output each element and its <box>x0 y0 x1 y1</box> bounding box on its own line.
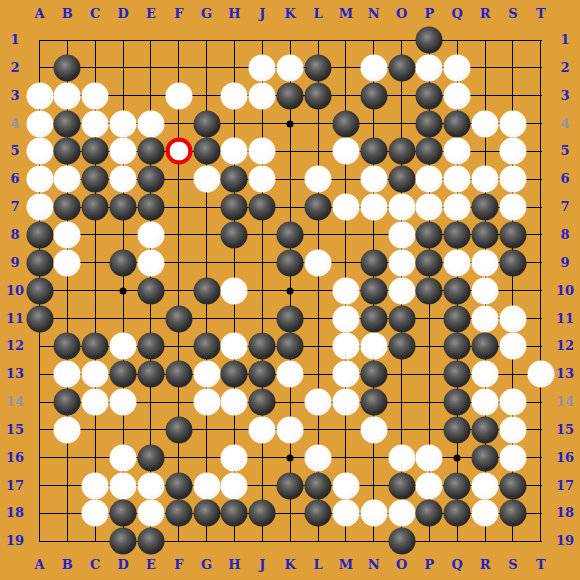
stone-white-N18[interactable] <box>360 500 387 527</box>
stone-white-S12[interactable] <box>499 333 526 360</box>
stone-white-H5[interactable] <box>221 138 248 165</box>
stone-black-L3[interactable] <box>305 82 332 109</box>
stone-white-P2[interactable] <box>416 54 443 81</box>
stone-white-L6[interactable] <box>305 166 332 193</box>
stone-white-S4[interactable] <box>499 110 526 137</box>
stone-white-H14[interactable] <box>221 389 248 416</box>
stone-white-A3[interactable] <box>26 82 53 109</box>
stone-white-P17[interactable] <box>416 472 443 499</box>
stone-white-A6[interactable] <box>26 166 53 193</box>
stone-white-E9[interactable] <box>137 249 164 276</box>
col-label-bottom-O: O <box>388 557 416 573</box>
stone-white-H3[interactable] <box>221 82 248 109</box>
stone-white-Q2[interactable] <box>444 54 471 81</box>
stone-black-B4[interactable] <box>54 110 81 137</box>
stone-black-N5[interactable] <box>360 138 387 165</box>
stone-white-E4[interactable] <box>137 110 164 137</box>
row-label-left-4: 4 <box>1 116 29 132</box>
stone-black-J12[interactable] <box>249 333 276 360</box>
row-label-left-15: 15 <box>1 422 29 438</box>
stone-black-R16[interactable] <box>472 444 499 471</box>
col-label-top-J: J <box>248 6 276 22</box>
stone-white-M11[interactable] <box>332 305 359 332</box>
stone-black-O19[interactable] <box>388 528 415 555</box>
stone-white-J6[interactable] <box>249 166 276 193</box>
star-point-D10 <box>120 287 127 294</box>
stone-black-H6[interactable] <box>221 166 248 193</box>
stone-white-S5[interactable] <box>499 138 526 165</box>
stone-black-O11[interactable] <box>388 305 415 332</box>
stone-black-N14[interactable] <box>360 389 387 416</box>
stone-black-J18[interactable] <box>249 500 276 527</box>
col-label-bottom-L: L <box>304 557 332 573</box>
col-label-bottom-Q: Q <box>443 557 471 573</box>
stone-white-M5[interactable] <box>332 138 359 165</box>
stone-white-B8[interactable] <box>54 221 81 248</box>
stone-black-E19[interactable] <box>137 528 164 555</box>
col-label-bottom-N: N <box>360 557 388 573</box>
stone-black-B7[interactable] <box>54 194 81 221</box>
stone-white-D6[interactable] <box>110 166 137 193</box>
stone-white-N15[interactable] <box>360 416 387 443</box>
star-point-Q16 <box>454 454 461 461</box>
stone-white-M17[interactable] <box>332 472 359 499</box>
stone-black-R8[interactable] <box>472 221 499 248</box>
stone-white-C13[interactable] <box>82 361 109 388</box>
stone-white-O10[interactable] <box>388 277 415 304</box>
row-label-right-1: 1 <box>551 32 579 48</box>
stone-white-R11[interactable] <box>472 305 499 332</box>
stone-black-E10[interactable] <box>137 277 164 304</box>
stone-white-P16[interactable] <box>416 444 443 471</box>
stone-white-R10[interactable] <box>472 277 499 304</box>
stone-black-P3[interactable] <box>416 82 443 109</box>
stone-black-P18[interactable] <box>416 500 443 527</box>
row-label-left-10: 10 <box>1 283 29 299</box>
stone-white-S15[interactable] <box>499 416 526 443</box>
stone-black-R12[interactable] <box>472 333 499 360</box>
col-label-top-M: M <box>332 6 360 22</box>
col-label-top-S: S <box>499 6 527 22</box>
stone-black-R7[interactable] <box>472 194 499 221</box>
stone-black-G12[interactable] <box>193 333 220 360</box>
stone-white-M14[interactable] <box>332 389 359 416</box>
go-board[interactable]: AABBCCDDEEFFGGHHJJKKLLMMNNOOPPQQRRSSTT11… <box>0 0 580 580</box>
stone-white-S11[interactable] <box>499 305 526 332</box>
col-label-top-P: P <box>415 6 443 22</box>
row-label-right-19: 19 <box>551 533 579 549</box>
stone-black-F15[interactable] <box>165 416 192 443</box>
row-label-left-18: 18 <box>1 505 29 521</box>
stone-black-B5[interactable] <box>54 138 81 165</box>
row-label-right-13: 13 <box>551 366 579 382</box>
col-label-top-O: O <box>388 6 416 22</box>
col-label-bottom-M: M <box>332 557 360 573</box>
stone-white-E8[interactable] <box>137 221 164 248</box>
col-label-top-K: K <box>276 6 304 22</box>
last-move-stone-F5[interactable] <box>165 138 192 165</box>
stone-white-M18[interactable] <box>332 500 359 527</box>
stone-white-C18[interactable] <box>82 500 109 527</box>
row-label-left-12: 12 <box>1 338 29 354</box>
stone-black-P5[interactable] <box>416 138 443 165</box>
stone-white-O16[interactable] <box>388 444 415 471</box>
stone-white-G13[interactable] <box>193 361 220 388</box>
col-label-top-F: F <box>165 6 193 22</box>
stone-white-D4[interactable] <box>110 110 137 137</box>
stone-white-R9[interactable] <box>472 249 499 276</box>
stone-black-E7[interactable] <box>137 194 164 221</box>
star-point-K10 <box>287 287 294 294</box>
row-label-left-8: 8 <box>1 227 29 243</box>
stone-black-S8[interactable] <box>499 221 526 248</box>
stone-black-K3[interactable] <box>277 82 304 109</box>
row-label-right-7: 7 <box>551 199 579 215</box>
stone-white-C4[interactable] <box>82 110 109 137</box>
stone-black-C12[interactable] <box>82 333 109 360</box>
row-label-left-3: 3 <box>1 88 29 104</box>
row-label-left-9: 9 <box>1 255 29 271</box>
stone-white-A5[interactable] <box>26 138 53 165</box>
col-label-bottom-H: H <box>220 557 248 573</box>
col-label-top-B: B <box>53 6 81 22</box>
stone-black-D13[interactable] <box>110 361 137 388</box>
stone-white-B6[interactable] <box>54 166 81 193</box>
stone-black-N13[interactable] <box>360 361 387 388</box>
stone-black-Q10[interactable] <box>444 277 471 304</box>
col-label-bottom-F: F <box>165 557 193 573</box>
stone-black-J14[interactable] <box>249 389 276 416</box>
stone-white-P6[interactable] <box>416 166 443 193</box>
stone-black-P1[interactable] <box>416 27 443 54</box>
row-label-left-2: 2 <box>1 60 29 76</box>
col-label-top-C: C <box>81 6 109 22</box>
col-label-bottom-J: J <box>248 557 276 573</box>
stone-black-H18[interactable] <box>221 500 248 527</box>
stone-white-L14[interactable] <box>305 389 332 416</box>
stone-black-K11[interactable] <box>277 305 304 332</box>
stone-white-G14[interactable] <box>193 389 220 416</box>
stone-black-E16[interactable] <box>137 444 164 471</box>
row-label-right-2: 2 <box>551 60 579 76</box>
stone-black-O12[interactable] <box>388 333 415 360</box>
row-label-left-6: 6 <box>1 171 29 187</box>
stone-white-B3[interactable] <box>54 82 81 109</box>
col-label-top-A: A <box>26 6 54 22</box>
stone-white-D14[interactable] <box>110 389 137 416</box>
row-label-right-14: 14 <box>551 394 579 410</box>
stone-black-Q11[interactable] <box>444 305 471 332</box>
stone-black-N3[interactable] <box>360 82 387 109</box>
stone-black-O5[interactable] <box>388 138 415 165</box>
row-label-left-7: 7 <box>1 199 29 215</box>
stone-black-E12[interactable] <box>137 333 164 360</box>
stone-black-A8[interactable] <box>26 221 53 248</box>
stone-white-D16[interactable] <box>110 444 137 471</box>
stone-black-N10[interactable] <box>360 277 387 304</box>
stone-black-H13[interactable] <box>221 361 248 388</box>
row-label-left-17: 17 <box>1 478 29 494</box>
stone-black-D19[interactable] <box>110 528 137 555</box>
stone-black-B14[interactable] <box>54 389 81 416</box>
stone-black-D9[interactable] <box>110 249 137 276</box>
stone-white-Q6[interactable] <box>444 166 471 193</box>
stone-black-M4[interactable] <box>332 110 359 137</box>
row-label-right-15: 15 <box>551 422 579 438</box>
stone-black-S18[interactable] <box>499 500 526 527</box>
row-label-right-3: 3 <box>551 88 579 104</box>
stone-black-B2[interactable] <box>54 54 81 81</box>
stone-white-E17[interactable] <box>137 472 164 499</box>
stone-black-Q12[interactable] <box>444 333 471 360</box>
stone-white-M10[interactable] <box>332 277 359 304</box>
stone-white-E18[interactable] <box>137 500 164 527</box>
row-label-right-6: 6 <box>551 171 579 187</box>
stone-white-G17[interactable] <box>193 472 220 499</box>
row-label-right-5: 5 <box>551 143 579 159</box>
col-label-top-Q: Q <box>443 6 471 22</box>
stone-black-Q18[interactable] <box>444 500 471 527</box>
stone-black-O6[interactable] <box>388 166 415 193</box>
stone-white-M12[interactable] <box>332 333 359 360</box>
row-label-left-14: 14 <box>1 394 29 410</box>
stone-black-R15[interactable] <box>472 416 499 443</box>
stone-black-Q15[interactable] <box>444 416 471 443</box>
stone-white-B13[interactable] <box>54 361 81 388</box>
row-label-left-1: 1 <box>1 32 29 48</box>
col-label-bottom-K: K <box>276 557 304 573</box>
stone-black-O17[interactable] <box>388 472 415 499</box>
stone-black-G5[interactable] <box>193 138 220 165</box>
col-label-top-G: G <box>193 6 221 22</box>
stone-black-N9[interactable] <box>360 249 387 276</box>
row-label-right-8: 8 <box>551 227 579 243</box>
stone-white-J2[interactable] <box>249 54 276 81</box>
col-label-top-T: T <box>527 6 555 22</box>
stone-black-F18[interactable] <box>165 500 192 527</box>
stone-black-F17[interactable] <box>165 472 192 499</box>
stone-black-K9[interactable] <box>277 249 304 276</box>
row-label-left-19: 19 <box>1 533 29 549</box>
star-point-K16 <box>287 454 294 461</box>
stone-white-R13[interactable] <box>472 361 499 388</box>
stone-black-O2[interactable] <box>388 54 415 81</box>
stone-white-G6[interactable] <box>193 166 220 193</box>
stone-black-A9[interactable] <box>26 249 53 276</box>
stone-black-L17[interactable] <box>305 472 332 499</box>
col-label-top-H: H <box>220 6 248 22</box>
stone-black-Q4[interactable] <box>444 110 471 137</box>
stone-white-D17[interactable] <box>110 472 137 499</box>
col-label-bottom-P: P <box>415 557 443 573</box>
col-label-top-E: E <box>137 6 165 22</box>
stone-white-M13[interactable] <box>332 361 359 388</box>
stone-white-S6[interactable] <box>499 166 526 193</box>
stone-black-B12[interactable] <box>54 333 81 360</box>
col-label-top-N: N <box>360 6 388 22</box>
row-label-left-5: 5 <box>1 143 29 159</box>
stone-white-F3[interactable] <box>165 82 192 109</box>
stone-white-Q7[interactable] <box>444 194 471 221</box>
row-label-right-16: 16 <box>551 450 579 466</box>
col-label-bottom-C: C <box>81 557 109 573</box>
stone-white-J3[interactable] <box>249 82 276 109</box>
stone-white-N12[interactable] <box>360 333 387 360</box>
stone-black-D18[interactable] <box>110 500 137 527</box>
stone-black-K17[interactable] <box>277 472 304 499</box>
stone-white-C14[interactable] <box>82 389 109 416</box>
stone-black-P4[interactable] <box>416 110 443 137</box>
stone-white-L16[interactable] <box>305 444 332 471</box>
stone-white-T13[interactable] <box>527 361 554 388</box>
col-label-bottom-S: S <box>499 557 527 573</box>
stone-black-E6[interactable] <box>137 166 164 193</box>
stone-white-R4[interactable] <box>472 110 499 137</box>
stone-black-H7[interactable] <box>221 194 248 221</box>
stone-white-S7[interactable] <box>499 194 526 221</box>
stone-black-L2[interactable] <box>305 54 332 81</box>
col-label-top-L: L <box>304 6 332 22</box>
stone-black-Q8[interactable] <box>444 221 471 248</box>
stone-black-Q13[interactable] <box>444 361 471 388</box>
stone-black-C6[interactable] <box>82 166 109 193</box>
stone-white-H16[interactable] <box>221 444 248 471</box>
stone-white-N6[interactable] <box>360 166 387 193</box>
stone-black-C7[interactable] <box>82 194 109 221</box>
stone-black-F13[interactable] <box>165 361 192 388</box>
stone-black-G4[interactable] <box>193 110 220 137</box>
col-label-bottom-R: R <box>471 557 499 573</box>
stone-white-B15[interactable] <box>54 416 81 443</box>
row-label-right-18: 18 <box>551 505 579 521</box>
stone-white-H10[interactable] <box>221 277 248 304</box>
col-label-bottom-E: E <box>137 557 165 573</box>
stone-black-G18[interactable] <box>193 500 220 527</box>
stone-black-H8[interactable] <box>221 221 248 248</box>
stone-black-L18[interactable] <box>305 500 332 527</box>
row-label-left-16: 16 <box>1 450 29 466</box>
col-label-bottom-G: G <box>193 557 221 573</box>
stone-black-A11[interactable] <box>26 305 53 332</box>
stone-white-O7[interactable] <box>388 194 415 221</box>
stone-white-S16[interactable] <box>499 444 526 471</box>
stone-white-K13[interactable] <box>277 361 304 388</box>
stone-black-K8[interactable] <box>277 221 304 248</box>
stone-black-L7[interactable] <box>305 194 332 221</box>
row-label-right-9: 9 <box>551 255 579 271</box>
stone-black-P8[interactable] <box>416 221 443 248</box>
stone-black-J7[interactable] <box>249 194 276 221</box>
stone-white-R6[interactable] <box>472 166 499 193</box>
stone-white-J5[interactable] <box>249 138 276 165</box>
stone-white-Q5[interactable] <box>444 138 471 165</box>
stone-white-C3[interactable] <box>82 82 109 109</box>
row-label-right-4: 4 <box>551 116 579 132</box>
grid-line-vertical <box>178 40 179 542</box>
stone-black-K12[interactable] <box>277 333 304 360</box>
stone-white-A4[interactable] <box>26 110 53 137</box>
stone-white-D12[interactable] <box>110 333 137 360</box>
stone-black-A10[interactable] <box>26 277 53 304</box>
col-label-top-D: D <box>109 6 137 22</box>
stone-white-P7[interactable] <box>416 194 443 221</box>
stone-white-R17[interactable] <box>472 472 499 499</box>
stone-black-G10[interactable] <box>193 277 220 304</box>
stone-black-N11[interactable] <box>360 305 387 332</box>
row-label-left-13: 13 <box>1 366 29 382</box>
stone-black-Q17[interactable] <box>444 472 471 499</box>
stone-white-H12[interactable] <box>221 333 248 360</box>
stone-white-A7[interactable] <box>26 194 53 221</box>
col-label-bottom-D: D <box>109 557 137 573</box>
row-label-right-17: 17 <box>551 478 579 494</box>
col-label-top-R: R <box>471 6 499 22</box>
stone-black-E13[interactable] <box>137 361 164 388</box>
stone-white-R14[interactable] <box>472 389 499 416</box>
stone-white-N7[interactable] <box>360 194 387 221</box>
stone-white-C17[interactable] <box>82 472 109 499</box>
stone-black-S17[interactable] <box>499 472 526 499</box>
grid-line-vertical <box>262 40 263 542</box>
row-label-left-11: 11 <box>1 311 29 327</box>
stone-white-H17[interactable] <box>221 472 248 499</box>
stone-white-D5[interactable] <box>110 138 137 165</box>
col-label-bottom-B: B <box>53 557 81 573</box>
col-label-bottom-T: T <box>527 557 555 573</box>
stone-black-Q14[interactable] <box>444 389 471 416</box>
stone-white-Q3[interactable] <box>444 82 471 109</box>
stone-black-S9[interactable] <box>499 249 526 276</box>
stone-black-D7[interactable] <box>110 194 137 221</box>
stone-black-P9[interactable] <box>416 249 443 276</box>
col-label-bottom-A: A <box>26 557 54 573</box>
row-label-right-10: 10 <box>551 283 579 299</box>
stone-black-P10[interactable] <box>416 277 443 304</box>
stone-white-R18[interactable] <box>472 500 499 527</box>
stone-black-C5[interactable] <box>82 138 109 165</box>
row-label-right-12: 12 <box>551 338 579 354</box>
stone-white-O9[interactable] <box>388 249 415 276</box>
stone-white-O8[interactable] <box>388 221 415 248</box>
row-label-right-11: 11 <box>551 311 579 327</box>
stone-white-L9[interactable] <box>305 249 332 276</box>
grid-line-vertical <box>540 40 541 542</box>
stone-white-N2[interactable] <box>360 54 387 81</box>
stone-black-J13[interactable] <box>249 361 276 388</box>
stone-white-M7[interactable] <box>332 194 359 221</box>
stone-black-F11[interactable] <box>165 305 192 332</box>
stone-white-K2[interactable] <box>277 54 304 81</box>
stone-white-J15[interactable] <box>249 416 276 443</box>
stone-white-O18[interactable] <box>388 500 415 527</box>
stone-white-Q9[interactable] <box>444 249 471 276</box>
stone-white-K15[interactable] <box>277 416 304 443</box>
star-point-K4 <box>287 120 294 127</box>
stone-black-E5[interactable] <box>137 138 164 165</box>
stone-white-B9[interactable] <box>54 249 81 276</box>
stone-white-S14[interactable] <box>499 389 526 416</box>
grid-line-horizontal <box>40 40 542 41</box>
